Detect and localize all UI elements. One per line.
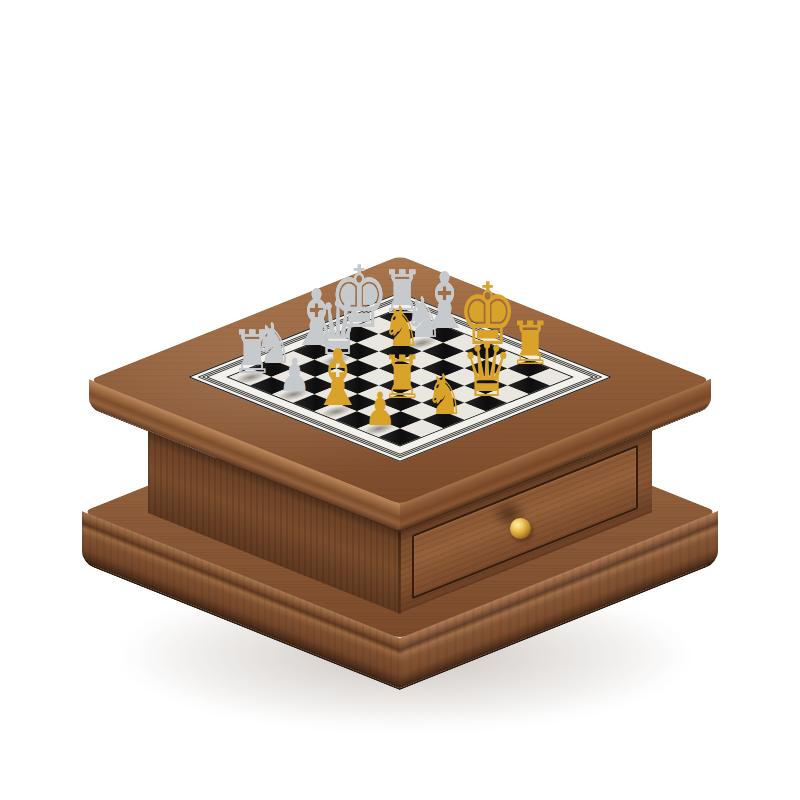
- silver-pawn-glyph: ♟: [279, 352, 311, 398]
- box-corner-seam: [398, 530, 401, 614]
- silver-rook-glyph: ♜: [231, 321, 273, 381]
- gold-rook-glyph: ♜: [509, 313, 551, 373]
- drawer-knob: [510, 518, 531, 539]
- product-photo-scene: ♜♞♝♚♜♛♟♞♞♝♝♚♜♟♜♞♛: [0, 0, 800, 800]
- gold-pawn-glyph: ♟: [364, 386, 396, 432]
- gold-knight-glyph: ♞: [425, 368, 464, 424]
- gold-queen-glyph: ♛: [461, 334, 513, 408]
- gold-bishop-glyph: ♝: [310, 339, 365, 417]
